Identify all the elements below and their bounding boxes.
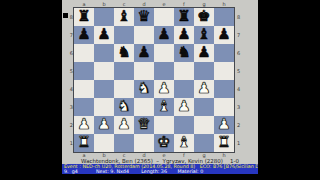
rank-label-7: 7 bbox=[237, 26, 243, 44]
square-b4 bbox=[94, 80, 114, 98]
square-e4: ♟ bbox=[154, 80, 174, 98]
video-frame: { "game": "chess", "position": { "fen": … bbox=[0, 0, 320, 180]
square-g8: ♚ bbox=[194, 8, 214, 26]
square-b5 bbox=[94, 62, 114, 80]
square-a5 bbox=[74, 62, 94, 80]
file-label-c: c bbox=[114, 1, 134, 7]
rank-label-2: 2 bbox=[67, 116, 73, 134]
letterbox-bottom bbox=[0, 174, 320, 180]
square-h3 bbox=[214, 98, 234, 116]
game-info-box: Event : NED-ch U20, Rotterdam (2014.05.2… bbox=[62, 164, 258, 174]
square-d3 bbox=[134, 98, 154, 116]
rank-labels-right: 87654321 bbox=[237, 8, 243, 152]
square-d8: ♛ bbox=[134, 8, 154, 26]
black-pawn: ♟ bbox=[74, 26, 94, 44]
rank-label-5: 5 bbox=[67, 62, 73, 80]
square-f7: ♟ bbox=[174, 26, 194, 44]
rank-label-3: 3 bbox=[237, 98, 243, 116]
square-f6: ♞ bbox=[174, 44, 194, 62]
square-g3 bbox=[194, 98, 214, 116]
white-pawn: ♟ bbox=[214, 116, 234, 134]
file-label-d: d bbox=[134, 1, 154, 7]
chess-board: ♜♝♛♜♚♟♟♟♟♝♟♞♟♞♟♞♟♟♞♝♟♟♟♟♛♟♜♚♝♜ bbox=[74, 8, 234, 152]
chess-panel: abcdefgh 87654321 ♜♝♛♜♚♟♟♟♟♝♟♞♟♞♟♞♟♟♞♝♟♟… bbox=[62, 0, 258, 180]
black-queen: ♛ bbox=[134, 8, 154, 26]
black-pawn: ♟ bbox=[214, 26, 234, 44]
white-pawn: ♟ bbox=[154, 80, 174, 98]
square-h4 bbox=[214, 80, 234, 98]
square-b7: ♟ bbox=[94, 26, 114, 44]
rank-label-2: 2 bbox=[237, 116, 243, 134]
square-d4: ♞ bbox=[134, 80, 154, 98]
square-a6 bbox=[74, 44, 94, 62]
file-label-h: h bbox=[214, 1, 234, 7]
black-knight: ♞ bbox=[174, 44, 194, 62]
square-e5 bbox=[154, 62, 174, 80]
rank-label-1: 1 bbox=[237, 134, 243, 152]
rank-label-6: 6 bbox=[237, 44, 243, 62]
square-h1: ♜ bbox=[214, 134, 234, 152]
square-f5 bbox=[174, 62, 194, 80]
white-pawn: ♟ bbox=[194, 80, 214, 98]
black-rook: ♜ bbox=[74, 8, 94, 26]
square-f4 bbox=[174, 80, 194, 98]
square-g2 bbox=[194, 116, 214, 134]
square-f8: ♜ bbox=[174, 8, 194, 26]
square-b6 bbox=[94, 44, 114, 62]
square-c7 bbox=[114, 26, 134, 44]
square-d6: ♟ bbox=[134, 44, 154, 62]
rank-labels-left: 87654321 bbox=[67, 8, 73, 152]
square-b2: ♟ bbox=[94, 116, 114, 134]
black-pawn: ♟ bbox=[154, 26, 174, 44]
square-a7: ♟ bbox=[74, 26, 94, 44]
square-g4: ♟ bbox=[194, 80, 214, 98]
square-c5 bbox=[114, 62, 134, 80]
square-g1 bbox=[194, 134, 214, 152]
rank-label-5: 5 bbox=[237, 62, 243, 80]
square-h2: ♟ bbox=[214, 116, 234, 134]
square-h7: ♟ bbox=[214, 26, 234, 44]
rank-label-4: 4 bbox=[67, 80, 73, 98]
square-d7 bbox=[134, 26, 154, 44]
pillarbox-right bbox=[258, 0, 320, 180]
black-to-move-indicator bbox=[63, 13, 68, 18]
square-c2: ♟ bbox=[114, 116, 134, 134]
square-f2 bbox=[174, 116, 194, 134]
white-pawn: ♟ bbox=[94, 116, 114, 134]
square-f3: ♟ bbox=[174, 98, 194, 116]
black-bishop: ♝ bbox=[114, 8, 134, 26]
square-h8 bbox=[214, 8, 234, 26]
rank-label-1: 1 bbox=[67, 134, 73, 152]
white-bishop: ♝ bbox=[174, 134, 194, 152]
square-a8: ♜ bbox=[74, 8, 94, 26]
rank-label-8: 8 bbox=[237, 8, 243, 26]
black-pawn: ♟ bbox=[194, 44, 214, 62]
file-label-e: e bbox=[154, 1, 174, 7]
square-b8 bbox=[94, 8, 114, 26]
white-knight: ♞ bbox=[134, 80, 154, 98]
square-e3: ♝ bbox=[154, 98, 174, 116]
white-rook: ♜ bbox=[214, 134, 234, 152]
square-d5 bbox=[134, 62, 154, 80]
file-label-f: f bbox=[174, 1, 194, 7]
white-pawn: ♟ bbox=[174, 98, 194, 116]
file-label-g: g bbox=[194, 1, 214, 7]
white-pawn: ♟ bbox=[74, 116, 94, 134]
rank-label-6: 6 bbox=[67, 44, 73, 62]
square-a1: ♜ bbox=[74, 134, 94, 152]
black-pawn: ♟ bbox=[174, 26, 194, 44]
square-c6: ♞ bbox=[114, 44, 134, 62]
white-knight: ♞ bbox=[114, 98, 134, 116]
white-bishop: ♝ bbox=[154, 98, 174, 116]
black-bishop: ♝ bbox=[194, 26, 214, 44]
square-a3 bbox=[74, 98, 94, 116]
rank-label-3: 3 bbox=[67, 98, 73, 116]
black-pawn: ♟ bbox=[94, 26, 114, 44]
black-knight: ♞ bbox=[114, 44, 134, 62]
square-c8: ♝ bbox=[114, 8, 134, 26]
file-label-a: a bbox=[74, 1, 94, 7]
black-rook: ♜ bbox=[174, 8, 194, 26]
square-a4 bbox=[74, 80, 94, 98]
square-e2 bbox=[154, 116, 174, 134]
square-g7: ♝ bbox=[194, 26, 214, 44]
square-e8 bbox=[154, 8, 174, 26]
pillarbox-left bbox=[0, 0, 62, 180]
white-pawn: ♟ bbox=[114, 116, 134, 134]
square-h5 bbox=[214, 62, 234, 80]
rank-label-7: 7 bbox=[67, 26, 73, 44]
white-king: ♚ bbox=[154, 134, 174, 152]
square-e6 bbox=[154, 44, 174, 62]
square-b3 bbox=[94, 98, 114, 116]
rank-label-4: 4 bbox=[237, 80, 243, 98]
square-e7: ♟ bbox=[154, 26, 174, 44]
square-c1 bbox=[114, 134, 134, 152]
black-king: ♚ bbox=[194, 8, 214, 26]
square-c4 bbox=[114, 80, 134, 98]
white-rook: ♜ bbox=[74, 134, 94, 152]
square-e1: ♚ bbox=[154, 134, 174, 152]
square-d1 bbox=[134, 134, 154, 152]
square-g6: ♟ bbox=[194, 44, 214, 62]
square-b1 bbox=[94, 134, 114, 152]
square-a2: ♟ bbox=[74, 116, 94, 134]
square-c3: ♞ bbox=[114, 98, 134, 116]
file-label-b: b bbox=[94, 1, 114, 7]
white-queen: ♛ bbox=[134, 116, 154, 134]
square-f1: ♝ bbox=[174, 134, 194, 152]
square-d2: ♛ bbox=[134, 116, 154, 134]
file-labels-top: abcdefgh bbox=[74, 1, 234, 7]
black-pawn: ♟ bbox=[134, 44, 154, 62]
square-g5 bbox=[194, 62, 214, 80]
square-h6 bbox=[214, 44, 234, 62]
